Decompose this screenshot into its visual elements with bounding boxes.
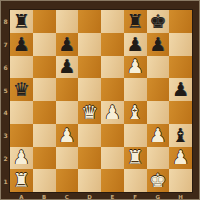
- square-f1[interactable]: [124, 169, 147, 192]
- white-rook[interactable]: ♜: [127, 148, 144, 167]
- white-pawn[interactable]: ♟: [13, 148, 30, 167]
- square-h2[interactable]: ♟: [169, 147, 192, 170]
- square-c6[interactable]: ♟: [56, 56, 79, 79]
- square-b2[interactable]: [33, 147, 56, 170]
- square-b6[interactable]: [33, 56, 56, 79]
- black-bishop[interactable]: ♝: [172, 125, 189, 144]
- rank-label-5: 5: [2, 86, 9, 93]
- square-a4[interactable]: [10, 101, 33, 124]
- square-c8[interactable]: [56, 10, 79, 33]
- square-h6[interactable]: [169, 56, 192, 79]
- chess-board-frame: ♜♜♚♟♟♟♟♟♟♛♟♛♟♝♟♟♝♟♜♟♜♚ 87654321 ABCDEFGH: [0, 0, 200, 200]
- white-queen[interactable]: ♛: [81, 102, 98, 121]
- black-pawn[interactable]: ♟: [149, 34, 166, 53]
- square-e1[interactable]: [101, 169, 124, 192]
- square-e7[interactable]: [101, 33, 124, 56]
- white-pawn[interactable]: ♟: [104, 102, 121, 121]
- square-g8[interactable]: ♚: [147, 10, 170, 33]
- file-label-d: D: [78, 193, 101, 200]
- square-g7[interactable]: ♟: [147, 33, 170, 56]
- black-king[interactable]: ♚: [149, 11, 166, 30]
- black-pawn[interactable]: ♟: [13, 34, 30, 53]
- square-g6[interactable]: [147, 56, 170, 79]
- square-a7[interactable]: ♟: [10, 33, 33, 56]
- rank-label-8: 8: [2, 18, 9, 25]
- file-label-e: E: [101, 193, 124, 200]
- file-label-a: A: [10, 193, 33, 200]
- square-h4[interactable]: [169, 101, 192, 124]
- white-pawn[interactable]: ♟: [172, 148, 189, 167]
- square-a3[interactable]: [10, 124, 33, 147]
- square-f3[interactable]: [124, 124, 147, 147]
- square-b3[interactable]: [33, 124, 56, 147]
- rank-label-4: 4: [2, 109, 9, 116]
- square-d8[interactable]: [78, 10, 101, 33]
- white-bishop[interactable]: ♝: [127, 102, 144, 121]
- square-d1[interactable]: [78, 169, 101, 192]
- rank-label-6: 6: [2, 63, 9, 70]
- rank-label-7: 7: [2, 41, 9, 48]
- square-c4[interactable]: [56, 101, 79, 124]
- square-f5[interactable]: [124, 78, 147, 101]
- square-h3[interactable]: ♝: [169, 124, 192, 147]
- square-c2[interactable]: [56, 147, 79, 170]
- black-rook[interactable]: ♜: [13, 11, 30, 30]
- white-rook[interactable]: ♜: [13, 171, 30, 190]
- square-e4[interactable]: ♟: [101, 101, 124, 124]
- square-d3[interactable]: [78, 124, 101, 147]
- square-b1[interactable]: [33, 169, 56, 192]
- white-pawn[interactable]: ♟: [149, 125, 166, 144]
- square-g5[interactable]: [147, 78, 170, 101]
- square-a5[interactable]: ♛: [10, 78, 33, 101]
- square-g3[interactable]: ♟: [147, 124, 170, 147]
- square-b4[interactable]: [33, 101, 56, 124]
- square-d4[interactable]: ♛: [78, 101, 101, 124]
- square-h8[interactable]: [169, 10, 192, 33]
- square-a8[interactable]: ♜: [10, 10, 33, 33]
- square-f2[interactable]: ♜: [124, 147, 147, 170]
- square-e3[interactable]: [101, 124, 124, 147]
- square-c7[interactable]: ♟: [56, 33, 79, 56]
- white-pawn[interactable]: ♟: [127, 57, 144, 76]
- file-label-g: G: [147, 193, 170, 200]
- square-a6[interactable]: [10, 56, 33, 79]
- square-a2[interactable]: ♟: [10, 147, 33, 170]
- black-pawn[interactable]: ♟: [172, 80, 189, 99]
- black-pawn[interactable]: ♟: [127, 34, 144, 53]
- square-f6[interactable]: ♟: [124, 56, 147, 79]
- square-h1[interactable]: [169, 169, 192, 192]
- square-d6[interactable]: [78, 56, 101, 79]
- square-a1[interactable]: ♜: [10, 169, 33, 192]
- black-pawn[interactable]: ♟: [58, 57, 75, 76]
- square-e6[interactable]: [101, 56, 124, 79]
- square-e5[interactable]: [101, 78, 124, 101]
- file-label-c: C: [56, 193, 79, 200]
- square-g4[interactable]: [147, 101, 170, 124]
- square-g2[interactable]: [147, 147, 170, 170]
- rank-label-2: 2: [2, 154, 9, 161]
- rank-label-3: 3: [2, 132, 9, 139]
- square-f8[interactable]: ♜: [124, 10, 147, 33]
- square-h7[interactable]: [169, 33, 192, 56]
- black-pawn[interactable]: ♟: [58, 34, 75, 53]
- square-f4[interactable]: ♝: [124, 101, 147, 124]
- square-b8[interactable]: [33, 10, 56, 33]
- square-b5[interactable]: [33, 78, 56, 101]
- square-b7[interactable]: [33, 33, 56, 56]
- square-e2[interactable]: [101, 147, 124, 170]
- square-c1[interactable]: [56, 169, 79, 192]
- square-g1[interactable]: ♚: [147, 169, 170, 192]
- chess-board[interactable]: ♜♜♚♟♟♟♟♟♟♛♟♛♟♝♟♟♝♟♜♟♜♚: [10, 10, 192, 192]
- rank-label-1: 1: [2, 177, 9, 184]
- file-label-f: F: [124, 193, 147, 200]
- square-c3[interactable]: ♟: [56, 124, 79, 147]
- black-queen[interactable]: ♛: [13, 80, 30, 99]
- square-d7[interactable]: [78, 33, 101, 56]
- file-label-h: H: [169, 193, 192, 200]
- square-d5[interactable]: [78, 78, 101, 101]
- square-h5[interactable]: ♟: [169, 78, 192, 101]
- white-pawn[interactable]: ♟: [58, 125, 75, 144]
- black-rook[interactable]: ♜: [127, 11, 144, 30]
- square-e8[interactable]: [101, 10, 124, 33]
- file-label-b: B: [33, 193, 56, 200]
- square-c5[interactable]: [56, 78, 79, 101]
- square-f7[interactable]: ♟: [124, 33, 147, 56]
- white-king[interactable]: ♚: [149, 171, 166, 190]
- square-d2[interactable]: [78, 147, 101, 170]
